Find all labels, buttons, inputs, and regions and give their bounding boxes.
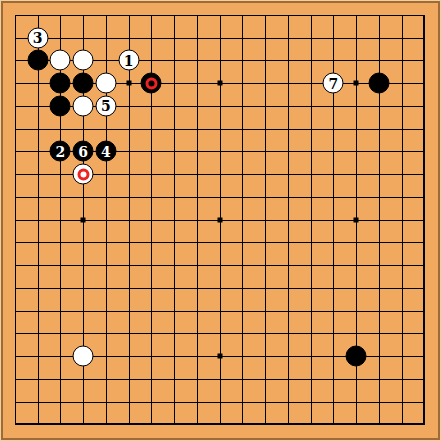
move-number-label: 4 <box>101 144 111 158</box>
stone-black-c4r4 <box>73 73 94 94</box>
stone-black-c3r4 <box>50 73 71 94</box>
move-number-label: 3 <box>33 31 43 45</box>
grid-line-horizontal <box>15 311 424 312</box>
stone-black-c16r16 <box>346 346 367 367</box>
grid-line-horizontal <box>15 242 424 243</box>
hoshi-square-marker <box>354 81 359 86</box>
grid-line-horizontal <box>15 333 424 334</box>
hoshi-square-marker <box>217 81 222 86</box>
red-circle-mark <box>145 77 157 89</box>
grid-line-horizontal <box>15 288 424 289</box>
stone-black-c3r5 <box>50 95 71 116</box>
stone-white-c3r3 <box>50 50 71 71</box>
stone-black-c4r7: 6 <box>73 141 94 162</box>
grid-line-vertical <box>311 15 312 424</box>
grid-line-horizontal <box>15 402 424 403</box>
stone-white-c4r5 <box>73 95 94 116</box>
move-number-label: 2 <box>56 144 66 158</box>
stone-white-c4r8 <box>73 164 94 185</box>
hoshi-square-marker <box>354 217 359 222</box>
stone-white-c4r16 <box>73 346 94 367</box>
grid-line-vertical <box>402 15 403 424</box>
move-number-label: 1 <box>124 53 134 67</box>
grid-line-vertical <box>288 15 289 424</box>
stone-white-c5r4 <box>95 73 116 94</box>
move-number-label: 7 <box>328 76 338 90</box>
go-diagram-page: { "game": "Go (19x19) joseki diagram", "… <box>0 0 441 441</box>
stone-white-c15r4: 7 <box>323 73 344 94</box>
move-number-label: 5 <box>101 99 111 113</box>
stone-white-c2r2: 3 <box>27 27 48 48</box>
stone-black-c5r7: 4 <box>95 141 116 162</box>
stone-black-c17r4 <box>368 73 389 94</box>
stone-white-c5r5: 5 <box>95 95 116 116</box>
move-number-label: 6 <box>78 144 88 158</box>
grid-line-vertical <box>242 15 243 424</box>
red-circle-mark <box>77 168 89 180</box>
stone-white-c4r3 <box>73 50 94 71</box>
stone-black-c7r4 <box>141 73 162 94</box>
stone-black-c2r3 <box>27 50 48 71</box>
hoshi-square-marker <box>126 81 131 86</box>
hoshi-square-marker <box>217 354 222 359</box>
go-board: 3175264 <box>0 0 441 441</box>
hoshi-square-marker <box>81 217 86 222</box>
hoshi-square-marker <box>217 217 222 222</box>
grid-line-vertical <box>265 15 266 424</box>
grid-line-horizontal <box>15 379 424 380</box>
stone-black-c3r7: 2 <box>50 141 71 162</box>
stone-white-c6r3: 1 <box>118 50 139 71</box>
grid-line-horizontal <box>15 265 424 266</box>
